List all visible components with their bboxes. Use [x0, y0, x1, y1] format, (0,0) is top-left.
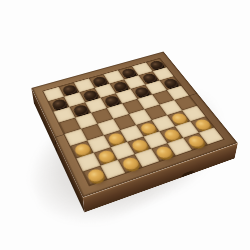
square-h3[interactable]	[182, 106, 205, 122]
square-b2[interactable]	[94, 147, 118, 165]
square-g1[interactable]	[183, 133, 207, 150]
light-piece[interactable]	[120, 156, 140, 171]
square-c2[interactable]	[111, 142, 135, 160]
square-b1[interactable]	[100, 160, 125, 179]
light-piece[interactable]	[138, 121, 157, 135]
light-piece[interactable]	[185, 134, 205, 148]
square-e2[interactable]	[143, 131, 167, 148]
square-c4[interactable]	[97, 119, 120, 135]
light-piece[interactable]	[153, 145, 173, 160]
square-b3[interactable]	[87, 135, 110, 153]
light-piece[interactable]	[96, 149, 116, 164]
square-e3[interactable]	[136, 120, 159, 136]
square-b4[interactable]	[81, 124, 104, 141]
square-a3[interactable]	[70, 141, 93, 159]
square-h2[interactable]	[190, 116, 214, 132]
light-piece[interactable]	[85, 167, 105, 183]
light-piece[interactable]	[106, 132, 125, 146]
square-c1[interactable]	[118, 154, 143, 173]
square-d2[interactable]	[127, 137, 151, 155]
light-piece[interactable]	[129, 138, 149, 152]
square-f2[interactable]	[159, 126, 183, 143]
light-piece[interactable]	[72, 142, 91, 157]
square-d3[interactable]	[120, 125, 143, 142]
light-piece[interactable]	[192, 118, 212, 131]
square-d4[interactable]	[113, 114, 136, 130]
square-c3[interactable]	[104, 130, 127, 147]
square-a4[interactable]	[64, 129, 87, 146]
square-f3[interactable]	[152, 115, 175, 131]
square-f1[interactable]	[167, 138, 192, 156]
square-a2[interactable]	[76, 153, 100, 172]
square-b5[interactable]	[75, 113, 97, 129]
square-a1[interactable]	[83, 166, 108, 186]
square-h1[interactable]	[199, 128, 223, 145]
square-e1[interactable]	[151, 143, 176, 161]
square-a5[interactable]	[59, 118, 81, 134]
light-piece[interactable]	[161, 128, 181, 142]
checkers-set-photo	[0, 0, 250, 250]
square-g2[interactable]	[175, 121, 199, 138]
square-d1[interactable]	[135, 149, 160, 167]
